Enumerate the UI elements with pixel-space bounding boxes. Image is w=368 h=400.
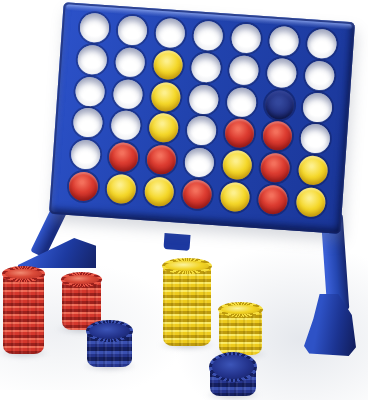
yellow-disc-r2c3 [152, 49, 183, 80]
hole-r2c4 [190, 52, 221, 83]
red-disc-r4c6 [261, 121, 292, 152]
tray-stack-yellow-tall [162, 258, 212, 346]
hole-r2c7 [304, 60, 335, 91]
red-disc-r6c1 [67, 171, 98, 202]
stand-left-foot [18, 238, 96, 268]
red-disc-top-face [2, 266, 45, 282]
red-disc-r5c2 [108, 142, 139, 173]
yellow-disc-r5c7 [297, 155, 328, 186]
red-disc-r6c6 [257, 184, 288, 215]
hole-r3c2 [112, 78, 143, 109]
yellow-disc-r6c3 [143, 176, 174, 207]
hole-r3c5 [226, 86, 257, 117]
hole-r4c4 [186, 115, 217, 146]
hole-r1c2 [116, 15, 147, 46]
board-bottom-tab [163, 233, 190, 251]
hole-r4c7 [299, 123, 330, 154]
connect-four-board [49, 2, 355, 234]
hole-r4c1 [72, 107, 103, 138]
yellow-disc-r4c3 [148, 113, 179, 144]
hole-r3c4 [188, 84, 219, 115]
hole-r5c1 [70, 139, 101, 170]
yellow-disc-top-face [218, 302, 263, 317]
hole-r1c6 [268, 26, 299, 57]
tray-stack-red-tall [2, 266, 45, 354]
yellow-disc-r6c7 [295, 186, 326, 217]
blue-disc-r3c6 [264, 89, 295, 120]
red-disc-stack-side [3, 274, 44, 354]
red-disc-r5c6 [259, 152, 290, 183]
connect-four-product-photo [0, 0, 368, 400]
board-grid [63, 11, 342, 219]
red-disc-r5c3 [146, 144, 177, 175]
hole-r3c7 [302, 92, 333, 123]
yellow-disc-stack-side [163, 266, 211, 346]
hole-r4c2 [110, 110, 141, 141]
yellow-disc-top-face [162, 258, 212, 274]
hole-r1c3 [154, 18, 185, 49]
hole-r3c1 [74, 76, 105, 107]
hole-r1c1 [79, 13, 110, 44]
yellow-disc-r6c5 [219, 181, 250, 212]
yellow-disc-r5c5 [221, 150, 252, 181]
yellow-disc-r3c3 [150, 81, 181, 112]
hole-r2c2 [114, 47, 145, 78]
hole-r5c4 [183, 147, 214, 178]
blue-disc-top-face [86, 320, 133, 342]
yellow-disc-r6c2 [105, 173, 136, 204]
red-disc-r4c5 [224, 118, 255, 149]
hole-r2c5 [228, 55, 259, 86]
red-disc-top-face [61, 272, 102, 287]
tray-stack-blue-short [86, 320, 133, 367]
tray-stack-blue-single [209, 352, 257, 396]
blue-disc-top-face [209, 352, 257, 382]
tray-stack-yellow-medium [218, 302, 263, 355]
hole-r2c6 [266, 57, 297, 88]
hole-r2c1 [76, 44, 107, 75]
hole-r1c5 [230, 23, 261, 54]
hole-r1c7 [306, 29, 337, 60]
red-disc-r6c4 [181, 178, 212, 209]
hole-r1c4 [192, 21, 223, 52]
